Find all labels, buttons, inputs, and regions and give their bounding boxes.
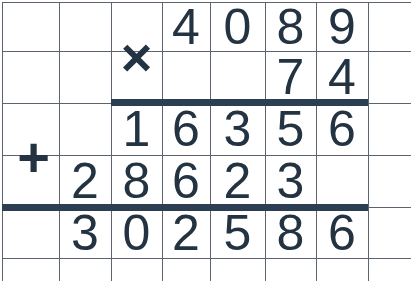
digit-cell: 1 <box>111 103 162 155</box>
digit-cell: 4 <box>316 51 368 103</box>
digit-cell: 5 <box>265 103 316 155</box>
digit-cell: 4 <box>162 2 210 51</box>
digit-cell: 8 <box>265 207 316 258</box>
digit-cell: 3 <box>210 103 265 155</box>
multiplication-sign: × <box>111 51 162 103</box>
digit-cell: 5 <box>210 207 265 258</box>
digit-cell: 6 <box>162 155 210 207</box>
digit-cell: 6 <box>316 207 368 258</box>
digit-cell: 2 <box>210 155 265 207</box>
digit-cell: 7 <box>265 51 316 103</box>
digit-cell: 0 <box>210 2 265 51</box>
digit-cell: 6 <box>162 103 210 155</box>
digit-cell: 6 <box>316 103 368 155</box>
worked-calculation: 4089×7416356+28623302586 <box>2 2 411 281</box>
digit-cell: 2 <box>59 155 111 207</box>
digit-cell: 8 <box>111 155 162 207</box>
digit-cell: 3 <box>59 207 111 258</box>
digit-cell: 0 <box>111 207 162 258</box>
plus-sign: + <box>2 155 59 207</box>
worksheet: 4089×7416356+28623302586 <box>0 0 411 281</box>
digit-cell: 2 <box>162 207 210 258</box>
digit-cell: 3 <box>265 155 316 207</box>
digit-cell: 9 <box>316 2 368 51</box>
digit-cell: 8 <box>265 2 316 51</box>
